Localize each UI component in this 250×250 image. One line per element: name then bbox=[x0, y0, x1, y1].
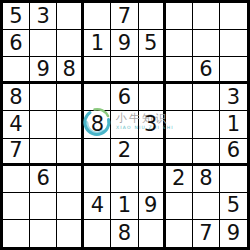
cell-r1c8[interactable] bbox=[193, 3, 220, 30]
cell-r6c3[interactable] bbox=[57, 139, 84, 166]
cell-r7c8: 8 bbox=[193, 166, 220, 193]
cell-r4c9: 3 bbox=[220, 84, 247, 111]
cell-r8c6: 9 bbox=[139, 193, 166, 220]
cell-r6c9: 6 bbox=[220, 139, 247, 166]
cell-r2c7[interactable] bbox=[166, 30, 193, 57]
cell-r9c9: 9 bbox=[220, 220, 247, 247]
cell-r9c5: 8 bbox=[111, 220, 138, 247]
given-digit: 7 bbox=[118, 6, 131, 27]
cell-r2c9[interactable] bbox=[220, 30, 247, 57]
cell-r6c6[interactable] bbox=[139, 139, 166, 166]
cell-r4c5: 6 bbox=[111, 84, 138, 111]
cell-r7c6[interactable] bbox=[139, 166, 166, 193]
given-digit: 3 bbox=[36, 6, 49, 27]
cell-r1c6[interactable] bbox=[139, 3, 166, 30]
cell-r7c4[interactable] bbox=[84, 166, 111, 193]
cell-r4c8[interactable] bbox=[193, 84, 220, 111]
sudoku-board: 537619598686348317266284195879 bbox=[0, 0, 250, 250]
cell-r4c3[interactable] bbox=[57, 84, 84, 111]
cell-r1c9[interactable] bbox=[220, 3, 247, 30]
cell-r4c1: 8 bbox=[3, 84, 30, 111]
given-digit: 8 bbox=[118, 223, 131, 244]
given-digit: 9 bbox=[118, 33, 131, 54]
cell-r4c2[interactable] bbox=[30, 84, 57, 111]
cell-r1c7[interactable] bbox=[166, 3, 193, 30]
given-digit: 8 bbox=[199, 168, 212, 189]
cell-r3c1[interactable] bbox=[3, 57, 30, 84]
given-digit: 6 bbox=[36, 168, 49, 189]
cell-r7c9[interactable] bbox=[220, 166, 247, 193]
cell-r3c8: 6 bbox=[193, 57, 220, 84]
cell-r1c1: 5 bbox=[3, 3, 30, 30]
given-digit: 5 bbox=[227, 195, 240, 216]
cell-r3c7[interactable] bbox=[166, 57, 193, 84]
cell-r1c3[interactable] bbox=[57, 3, 84, 30]
cell-r4c6[interactable] bbox=[139, 84, 166, 111]
cell-r5c3[interactable] bbox=[57, 111, 84, 138]
cell-r5c4: 8 bbox=[84, 111, 111, 138]
cell-r8c4: 4 bbox=[84, 193, 111, 220]
given-digit: 6 bbox=[118, 87, 131, 108]
cell-r9c7[interactable] bbox=[166, 220, 193, 247]
cell-r9c8: 7 bbox=[193, 220, 220, 247]
cell-r3c3: 8 bbox=[57, 57, 84, 84]
cell-r6c1: 7 bbox=[3, 139, 30, 166]
given-digit: 8 bbox=[63, 59, 76, 80]
cell-r2c4: 1 bbox=[84, 30, 111, 57]
cell-r4c7[interactable] bbox=[166, 84, 193, 111]
cell-r1c5: 7 bbox=[111, 3, 138, 30]
cell-r6c4[interactable] bbox=[84, 139, 111, 166]
given-digit: 2 bbox=[118, 140, 131, 161]
cell-r2c1: 6 bbox=[3, 30, 30, 57]
given-digit: 5 bbox=[144, 33, 157, 54]
given-digit: 2 bbox=[172, 168, 185, 189]
cell-r2c8[interactable] bbox=[193, 30, 220, 57]
cell-r7c7: 2 bbox=[166, 166, 193, 193]
given-digit: 9 bbox=[36, 59, 49, 80]
cell-r5c8[interactable] bbox=[193, 111, 220, 138]
cell-r2c2[interactable] bbox=[30, 30, 57, 57]
cell-r7c5[interactable] bbox=[111, 166, 138, 193]
given-digit: 8 bbox=[91, 114, 104, 135]
cell-r7c1[interactable] bbox=[3, 166, 30, 193]
given-digit: 7 bbox=[9, 140, 22, 161]
given-digit: 4 bbox=[9, 114, 22, 135]
given-digit: 6 bbox=[199, 59, 212, 80]
cell-r5c6: 3 bbox=[139, 111, 166, 138]
cell-r4c4[interactable] bbox=[84, 84, 111, 111]
cell-r8c3[interactable] bbox=[57, 193, 84, 220]
given-digit: 6 bbox=[9, 33, 22, 54]
cell-r8c1[interactable] bbox=[3, 193, 30, 220]
cell-r8c9: 5 bbox=[220, 193, 247, 220]
cell-r9c1[interactable] bbox=[3, 220, 30, 247]
cell-r8c7[interactable] bbox=[166, 193, 193, 220]
given-digit: 9 bbox=[144, 195, 157, 216]
cell-r2c6: 5 bbox=[139, 30, 166, 57]
cell-r5c7[interactable] bbox=[166, 111, 193, 138]
cell-r8c2[interactable] bbox=[30, 193, 57, 220]
cell-r6c7[interactable] bbox=[166, 139, 193, 166]
cell-r2c3[interactable] bbox=[57, 30, 84, 57]
cell-r9c4[interactable] bbox=[84, 220, 111, 247]
given-digit: 7 bbox=[199, 223, 212, 244]
cell-r6c2[interactable] bbox=[30, 139, 57, 166]
cell-r3c6[interactable] bbox=[139, 57, 166, 84]
given-digit: 1 bbox=[227, 114, 240, 135]
cell-r7c3[interactable] bbox=[57, 166, 84, 193]
cell-r9c3[interactable] bbox=[57, 220, 84, 247]
given-digit: 8 bbox=[9, 87, 22, 108]
cell-r3c4[interactable] bbox=[84, 57, 111, 84]
cell-r8c8[interactable] bbox=[193, 193, 220, 220]
given-digit: 4 bbox=[91, 195, 104, 216]
given-digit: 3 bbox=[227, 87, 240, 108]
cell-r1c4[interactable] bbox=[84, 3, 111, 30]
cell-r7c2: 6 bbox=[30, 166, 57, 193]
cell-r9c6[interactable] bbox=[139, 220, 166, 247]
cell-r3c5[interactable] bbox=[111, 57, 138, 84]
given-digit: 9 bbox=[227, 223, 240, 244]
cell-r3c9[interactable] bbox=[220, 57, 247, 84]
cell-r9c2[interactable] bbox=[30, 220, 57, 247]
sudoku-screenshot: 537619598686348317266284195879 小牛知识 XIAO… bbox=[0, 0, 250, 250]
cell-r5c2[interactable] bbox=[30, 111, 57, 138]
cell-r2c5: 9 bbox=[111, 30, 138, 57]
given-digit: 1 bbox=[91, 33, 104, 54]
cell-r5c1: 4 bbox=[3, 111, 30, 138]
given-digit: 3 bbox=[144, 114, 157, 135]
cell-r8c5: 1 bbox=[111, 193, 138, 220]
cell-r6c5: 2 bbox=[111, 139, 138, 166]
cell-r5c5[interactable] bbox=[111, 111, 138, 138]
cell-r5c9: 1 bbox=[220, 111, 247, 138]
cell-r1c2: 3 bbox=[30, 3, 57, 30]
cell-r6c8[interactable] bbox=[193, 139, 220, 166]
given-digit: 6 bbox=[227, 140, 240, 161]
given-digit: 1 bbox=[118, 195, 131, 216]
cell-r3c2: 9 bbox=[30, 57, 57, 84]
given-digit: 5 bbox=[9, 6, 22, 27]
